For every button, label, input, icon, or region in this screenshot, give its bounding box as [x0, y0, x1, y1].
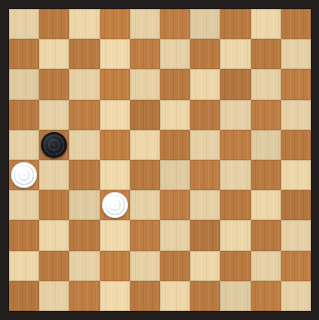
- square-19[interactable]: [190, 100, 220, 130]
- square-43[interactable]: [160, 251, 190, 281]
- light-square[interactable]: [281, 281, 311, 311]
- light-square[interactable]: [130, 251, 160, 281]
- square-13[interactable]: [160, 69, 190, 99]
- light-square[interactable]: [69, 130, 99, 160]
- square-15[interactable]: [281, 69, 311, 99]
- light-square[interactable]: [100, 220, 130, 250]
- square-11[interactable]: [39, 69, 69, 99]
- square-3[interactable]: [160, 9, 190, 39]
- light-square[interactable]: [100, 281, 130, 311]
- light-square[interactable]: [190, 69, 220, 99]
- light-square[interactable]: [130, 130, 160, 160]
- light-square[interactable]: [130, 9, 160, 39]
- square-31[interactable]: [39, 190, 69, 220]
- square-34[interactable]: [220, 190, 250, 220]
- square-42[interactable]: [100, 251, 130, 281]
- square-6[interactable]: [9, 39, 39, 69]
- square-30[interactable]: [251, 160, 281, 190]
- light-square[interactable]: [9, 9, 39, 39]
- light-square[interactable]: [130, 69, 160, 99]
- light-square[interactable]: [251, 251, 281, 281]
- square-47[interactable]: [69, 281, 99, 311]
- light-square[interactable]: [160, 39, 190, 69]
- square-39[interactable]: [190, 220, 220, 250]
- light-square[interactable]: [281, 39, 311, 69]
- white-man[interactable]: [11, 162, 37, 188]
- light-square[interactable]: [9, 130, 39, 160]
- square-40[interactable]: [251, 220, 281, 250]
- light-square[interactable]: [190, 251, 220, 281]
- square-38[interactable]: [130, 220, 160, 250]
- square-41[interactable]: [39, 251, 69, 281]
- square-29[interactable]: [190, 160, 220, 190]
- white-man[interactable]: [102, 192, 128, 218]
- light-square[interactable]: [69, 69, 99, 99]
- square-37[interactable]: [69, 220, 99, 250]
- light-square[interactable]: [251, 130, 281, 160]
- square-22[interactable]: [100, 130, 130, 160]
- draughts-board: [8, 8, 312, 312]
- light-square[interactable]: [190, 190, 220, 220]
- light-square[interactable]: [69, 9, 99, 39]
- square-28[interactable]: [130, 160, 160, 190]
- light-square[interactable]: [281, 220, 311, 250]
- light-square[interactable]: [39, 160, 69, 190]
- square-16[interactable]: [9, 100, 39, 130]
- square-36[interactable]: [9, 220, 39, 250]
- square-2[interactable]: [100, 9, 130, 39]
- square-49[interactable]: [190, 281, 220, 311]
- square-12[interactable]: [100, 69, 130, 99]
- light-square[interactable]: [251, 9, 281, 39]
- square-10[interactable]: [251, 39, 281, 69]
- light-square[interactable]: [220, 281, 250, 311]
- square-8[interactable]: [130, 39, 160, 69]
- square-25[interactable]: [281, 130, 311, 160]
- light-square[interactable]: [69, 190, 99, 220]
- light-square[interactable]: [100, 39, 130, 69]
- light-square[interactable]: [130, 190, 160, 220]
- light-square[interactable]: [9, 251, 39, 281]
- square-26[interactable]: [9, 160, 39, 190]
- square-23[interactable]: [160, 130, 190, 160]
- light-square[interactable]: [39, 39, 69, 69]
- square-21[interactable]: [39, 130, 69, 160]
- light-square[interactable]: [9, 69, 39, 99]
- light-square[interactable]: [160, 281, 190, 311]
- square-32[interactable]: [100, 190, 130, 220]
- square-27[interactable]: [69, 160, 99, 190]
- light-square[interactable]: [160, 160, 190, 190]
- light-square[interactable]: [190, 130, 220, 160]
- light-square[interactable]: [100, 160, 130, 190]
- square-45[interactable]: [281, 251, 311, 281]
- square-18[interactable]: [130, 100, 160, 130]
- light-square[interactable]: [100, 100, 130, 130]
- app-background: [0, 0, 319, 320]
- square-5[interactable]: [281, 9, 311, 39]
- light-square[interactable]: [69, 251, 99, 281]
- square-9[interactable]: [190, 39, 220, 69]
- square-33[interactable]: [160, 190, 190, 220]
- square-46[interactable]: [9, 281, 39, 311]
- square-44[interactable]: [220, 251, 250, 281]
- square-20[interactable]: [251, 100, 281, 130]
- light-square[interactable]: [39, 281, 69, 311]
- light-square[interactable]: [160, 100, 190, 130]
- light-square[interactable]: [39, 220, 69, 250]
- light-square[interactable]: [160, 220, 190, 250]
- light-square[interactable]: [220, 39, 250, 69]
- square-1[interactable]: [39, 9, 69, 39]
- light-square[interactable]: [220, 160, 250, 190]
- square-7[interactable]: [69, 39, 99, 69]
- square-17[interactable]: [69, 100, 99, 130]
- square-50[interactable]: [251, 281, 281, 311]
- light-square[interactable]: [281, 160, 311, 190]
- light-square[interactable]: [220, 100, 250, 130]
- light-square[interactable]: [281, 100, 311, 130]
- square-4[interactable]: [220, 9, 250, 39]
- black-man[interactable]: [41, 132, 67, 158]
- square-35[interactable]: [281, 190, 311, 220]
- light-square[interactable]: [251, 190, 281, 220]
- light-square[interactable]: [190, 9, 220, 39]
- square-14[interactable]: [220, 69, 250, 99]
- square-48[interactable]: [130, 281, 160, 311]
- light-square[interactable]: [251, 69, 281, 99]
- light-square[interactable]: [9, 190, 39, 220]
- square-24[interactable]: [220, 130, 250, 160]
- light-square[interactable]: [39, 100, 69, 130]
- light-square[interactable]: [220, 220, 250, 250]
